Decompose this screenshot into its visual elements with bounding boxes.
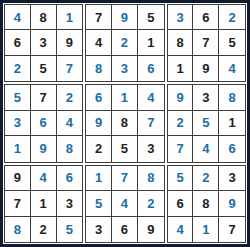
cell-r6c2[interactable]: 9: [31, 136, 57, 161]
cell-r9c5[interactable]: 6: [112, 217, 138, 242]
cell-r1c3[interactable]: 1: [57, 5, 83, 30]
cell-r9c9[interactable]: 7: [219, 217, 245, 242]
cell-r7c7[interactable]: 5: [168, 166, 194, 191]
cell-r8c6[interactable]: 2: [138, 191, 164, 216]
cell-r1c5[interactable]: 9: [112, 5, 138, 30]
cell-r1c6[interactable]: 5: [138, 5, 164, 30]
cell-r4c8[interactable]: 3: [193, 85, 219, 110]
cell-r6c8[interactable]: 4: [193, 136, 219, 161]
cell-r2c8[interactable]: 7: [193, 30, 219, 55]
cell-r3c8[interactable]: 9: [193, 56, 219, 81]
cell-r5c6[interactable]: 7: [138, 111, 164, 136]
cell-r9c2[interactable]: 2: [31, 217, 57, 242]
cell-r3c5[interactable]: 3: [112, 56, 138, 81]
cell-r8c1[interactable]: 7: [5, 191, 31, 216]
cell-r2c7[interactable]: 8: [168, 30, 194, 55]
cell-r7c3[interactable]: 6: [57, 166, 83, 191]
cell-r4c2[interactable]: 7: [31, 85, 57, 110]
sudoku-app: 4816392577954218363628751945723641986149…: [0, 0, 250, 247]
cell-r9c7[interactable]: 4: [168, 217, 194, 242]
sudoku-box-9: 523689417: [167, 165, 246, 243]
cell-r1c9[interactable]: 2: [219, 5, 245, 30]
cell-r7c2[interactable]: 4: [31, 166, 57, 191]
cell-r3c9[interactable]: 4: [219, 56, 245, 81]
cell-r9c6[interactable]: 9: [138, 217, 164, 242]
cell-r4c7[interactable]: 9: [168, 85, 194, 110]
cell-r3c3[interactable]: 7: [57, 56, 83, 81]
cell-r1c4[interactable]: 7: [86, 5, 112, 30]
cell-r1c7[interactable]: 3: [168, 5, 194, 30]
cell-r3c4[interactable]: 8: [86, 56, 112, 81]
cell-r9c3[interactable]: 5: [57, 217, 83, 242]
sudoku-box-3: 362875194: [167, 4, 246, 82]
sudoku-box-6: 938251746: [167, 84, 246, 162]
cell-r9c1[interactable]: 8: [5, 217, 31, 242]
cell-r5c4[interactable]: 9: [86, 111, 112, 136]
cell-r8c9[interactable]: 9: [219, 191, 245, 216]
cell-r1c2[interactable]: 8: [31, 5, 57, 30]
cell-r4c3[interactable]: 2: [57, 85, 83, 110]
cell-r3c7[interactable]: 1: [168, 56, 194, 81]
cell-r2c2[interactable]: 3: [31, 30, 57, 55]
cell-r7c8[interactable]: 2: [193, 166, 219, 191]
cell-r8c8[interactable]: 8: [193, 191, 219, 216]
cell-r6c4[interactable]: 2: [86, 136, 112, 161]
sudoku-box-2: 795421836: [85, 4, 164, 82]
cell-r5c7[interactable]: 2: [168, 111, 194, 136]
cell-r2c4[interactable]: 4: [86, 30, 112, 55]
cell-r1c1[interactable]: 4: [5, 5, 31, 30]
sudoku-board: 4816392577954218363628751945723641986149…: [0, 0, 250, 247]
cell-r7c6[interactable]: 8: [138, 166, 164, 191]
cell-r2c1[interactable]: 6: [5, 30, 31, 55]
cell-r5c2[interactable]: 6: [31, 111, 57, 136]
sudoku-box-5: 614987253: [85, 84, 164, 162]
cell-r3c1[interactable]: 2: [5, 56, 31, 81]
cell-r8c5[interactable]: 4: [112, 191, 138, 216]
cell-r3c6[interactable]: 6: [138, 56, 164, 81]
cell-r6c5[interactable]: 5: [112, 136, 138, 161]
cell-r8c3[interactable]: 3: [57, 191, 83, 216]
cell-r9c4[interactable]: 3: [86, 217, 112, 242]
cell-r5c5[interactable]: 8: [112, 111, 138, 136]
cell-r4c1[interactable]: 5: [5, 85, 31, 110]
cell-r9c8[interactable]: 1: [193, 217, 219, 242]
cell-r7c4[interactable]: 1: [86, 166, 112, 191]
cell-r6c7[interactable]: 7: [168, 136, 194, 161]
cell-r5c9[interactable]: 1: [219, 111, 245, 136]
cell-r6c3[interactable]: 8: [57, 136, 83, 161]
cell-r7c1[interactable]: 9: [5, 166, 31, 191]
cell-r4c5[interactable]: 1: [112, 85, 138, 110]
sudoku-box-8: 178542369: [85, 165, 164, 243]
cell-r4c6[interactable]: 4: [138, 85, 164, 110]
cell-r8c7[interactable]: 6: [168, 191, 194, 216]
cell-r2c5[interactable]: 2: [112, 30, 138, 55]
cell-r6c1[interactable]: 1: [5, 136, 31, 161]
cell-r5c3[interactable]: 4: [57, 111, 83, 136]
cell-r8c4[interactable]: 5: [86, 191, 112, 216]
cell-r7c9[interactable]: 3: [219, 166, 245, 191]
cell-r2c6[interactable]: 1: [138, 30, 164, 55]
cell-r8c2[interactable]: 1: [31, 191, 57, 216]
cell-r2c3[interactable]: 9: [57, 30, 83, 55]
cell-r3c2[interactable]: 5: [31, 56, 57, 81]
cell-r7c5[interactable]: 7: [112, 166, 138, 191]
cell-r1c8[interactable]: 6: [193, 5, 219, 30]
cell-r5c1[interactable]: 3: [5, 111, 31, 136]
cell-r4c9[interactable]: 8: [219, 85, 245, 110]
cell-r6c9[interactable]: 6: [219, 136, 245, 161]
cell-r6c6[interactable]: 3: [138, 136, 164, 161]
sudoku-box-7: 946713825: [4, 165, 83, 243]
cell-r5c8[interactable]: 5: [193, 111, 219, 136]
cell-r4c4[interactable]: 6: [86, 85, 112, 110]
sudoku-box-4: 572364198: [4, 84, 83, 162]
sudoku-box-1: 481639257: [4, 4, 83, 82]
cell-r2c9[interactable]: 5: [219, 30, 245, 55]
